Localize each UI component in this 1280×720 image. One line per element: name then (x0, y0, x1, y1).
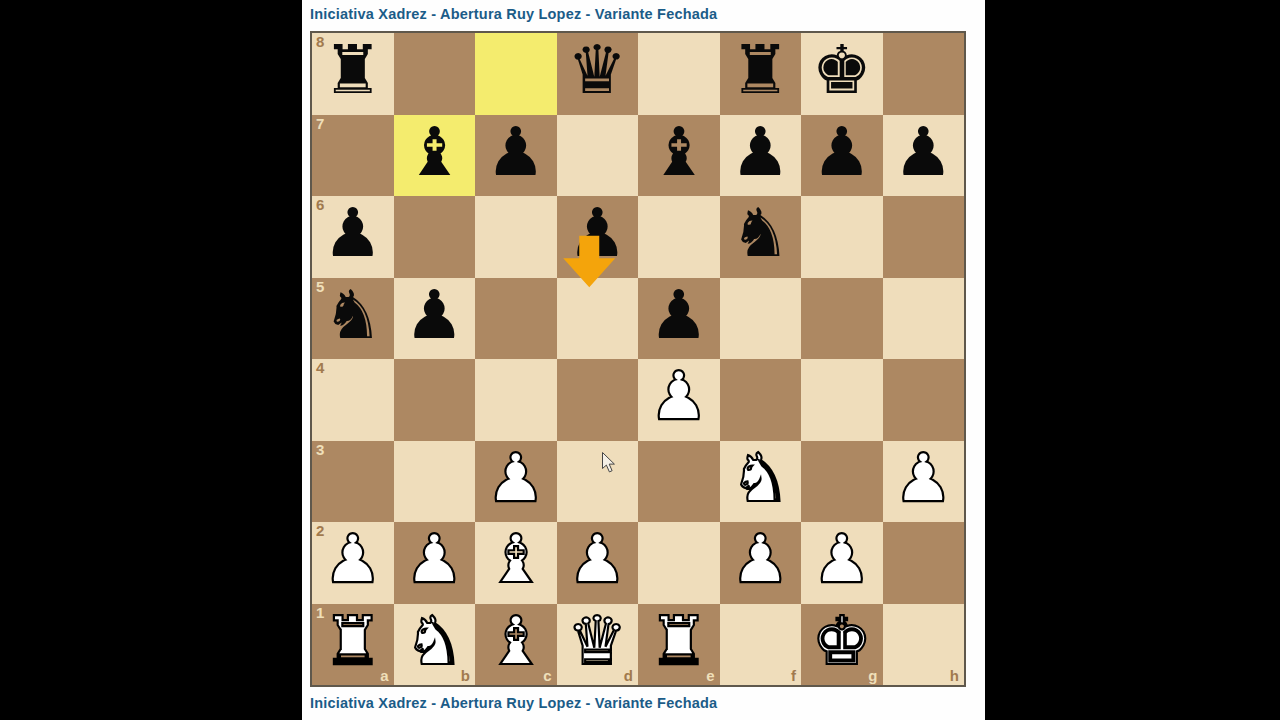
piece-white-pawn[interactable]: ♟ (812, 526, 872, 593)
piece-black-pawn[interactable]: ♟ (404, 282, 464, 349)
square-a5[interactable]: 5♞ (312, 278, 394, 360)
square-g7[interactable]: ♟ (801, 115, 883, 197)
square-h1[interactable]: h (883, 604, 965, 686)
square-d7[interactable] (557, 115, 639, 197)
square-b8[interactable] (394, 33, 476, 115)
piece-white-pawn[interactable]: ♟ (649, 363, 709, 430)
square-b4[interactable] (394, 359, 476, 441)
square-g2[interactable]: ♟ (801, 522, 883, 604)
piece-white-knight[interactable]: ♞ (730, 445, 790, 512)
square-c1[interactable]: c♝ (475, 604, 557, 686)
file-label-f: f (791, 668, 796, 685)
square-d4[interactable] (557, 359, 639, 441)
piece-white-queen[interactable]: ♛ (567, 608, 627, 675)
square-e6[interactable] (638, 196, 720, 278)
piece-black-pawn[interactable]: ♟ (893, 119, 953, 186)
square-h8[interactable] (883, 33, 965, 115)
piece-black-pawn[interactable]: ♟ (486, 119, 546, 186)
square-h5[interactable] (883, 278, 965, 360)
square-e3[interactable] (638, 441, 720, 523)
square-a2[interactable]: 2♟ (312, 522, 394, 604)
square-f8[interactable]: ♜ (720, 33, 802, 115)
square-g4[interactable] (801, 359, 883, 441)
piece-white-rook[interactable]: ♜ (323, 608, 383, 675)
square-f4[interactable] (720, 359, 802, 441)
piece-white-king[interactable]: ♚ (812, 608, 872, 675)
square-a4[interactable]: 4 (312, 359, 394, 441)
square-b6[interactable] (394, 196, 476, 278)
square-e8[interactable] (638, 33, 720, 115)
piece-white-bishop[interactable]: ♝ (486, 526, 546, 593)
square-c4[interactable] (475, 359, 557, 441)
square-c5[interactable] (475, 278, 557, 360)
piece-black-bishop[interactable]: ♝ (404, 119, 464, 186)
square-e2[interactable] (638, 522, 720, 604)
piece-black-pawn[interactable]: ♟ (567, 200, 627, 267)
square-c2[interactable]: ♝ (475, 522, 557, 604)
square-a1[interactable]: 1a♜ (312, 604, 394, 686)
square-h2[interactable] (883, 522, 965, 604)
piece-black-pawn[interactable]: ♟ (649, 282, 709, 349)
piece-white-pawn[interactable]: ♟ (730, 526, 790, 593)
file-label-h: h (950, 668, 959, 685)
square-d1[interactable]: d♛ (557, 604, 639, 686)
square-b7[interactable]: ♝ (394, 115, 476, 197)
page-title-bottom: Iniciativa Xadrez - Abertura Ruy Lopez -… (310, 695, 717, 711)
piece-white-pawn[interactable]: ♟ (893, 445, 953, 512)
piece-white-pawn[interactable]: ♟ (404, 526, 464, 593)
piece-white-pawn[interactable]: ♟ (567, 526, 627, 593)
square-f2[interactable]: ♟ (720, 522, 802, 604)
square-a8[interactable]: 8♜ (312, 33, 394, 115)
piece-white-pawn[interactable]: ♟ (323, 526, 383, 593)
square-f3[interactable]: ♞ (720, 441, 802, 523)
square-d5[interactable] (557, 278, 639, 360)
square-e1[interactable]: e♜ (638, 604, 720, 686)
square-g6[interactable] (801, 196, 883, 278)
square-e4[interactable]: ♟ (638, 359, 720, 441)
square-d2[interactable]: ♟ (557, 522, 639, 604)
piece-black-king[interactable]: ♚ (812, 37, 872, 104)
piece-black-knight[interactable]: ♞ (323, 282, 383, 349)
piece-black-bishop[interactable]: ♝ (649, 119, 709, 186)
chess-board: 8♜♛♜♚7♝♟♝♟♟♟6♟♟♞5♞♟♟4♟3♟♞♟2♟♟♝♟♟♟1a♜b♞c♝… (310, 31, 966, 687)
square-f6[interactable]: ♞ (720, 196, 802, 278)
square-h7[interactable]: ♟ (883, 115, 965, 197)
piece-black-rook[interactable]: ♜ (730, 37, 790, 104)
video-page-area: Iniciativa Xadrez - Abertura Ruy Lopez -… (302, 0, 985, 720)
square-e5[interactable]: ♟ (638, 278, 720, 360)
page-title-top: Iniciativa Xadrez - Abertura Ruy Lopez -… (310, 6, 717, 22)
square-e7[interactable]: ♝ (638, 115, 720, 197)
square-g8[interactable]: ♚ (801, 33, 883, 115)
square-a6[interactable]: 6♟ (312, 196, 394, 278)
square-b2[interactable]: ♟ (394, 522, 476, 604)
piece-white-pawn[interactable]: ♟ (486, 445, 546, 512)
square-h3[interactable]: ♟ (883, 441, 965, 523)
square-c8[interactable] (475, 33, 557, 115)
piece-black-pawn[interactable]: ♟ (730, 119, 790, 186)
square-g5[interactable] (801, 278, 883, 360)
square-a7[interactable]: 7 (312, 115, 394, 197)
piece-white-rook[interactable]: ♜ (649, 608, 709, 675)
square-d8[interactable]: ♛ (557, 33, 639, 115)
square-c6[interactable] (475, 196, 557, 278)
piece-white-knight[interactable]: ♞ (404, 608, 464, 675)
piece-white-bishop[interactable]: ♝ (486, 608, 546, 675)
square-d3[interactable] (557, 441, 639, 523)
piece-black-pawn[interactable]: ♟ (323, 200, 383, 267)
square-d6[interactable]: ♟ (557, 196, 639, 278)
square-g3[interactable] (801, 441, 883, 523)
rank-label-7: 7 (316, 116, 324, 133)
piece-black-knight[interactable]: ♞ (730, 200, 790, 267)
piece-black-pawn[interactable]: ♟ (812, 119, 872, 186)
rank-label-3: 3 (316, 442, 324, 459)
square-b1[interactable]: b♞ (394, 604, 476, 686)
square-g1[interactable]: g♚ (801, 604, 883, 686)
piece-black-rook[interactable]: ♜ (323, 37, 383, 104)
square-f7[interactable]: ♟ (720, 115, 802, 197)
square-f5[interactable] (720, 278, 802, 360)
square-c3[interactable]: ♟ (475, 441, 557, 523)
square-h4[interactable] (883, 359, 965, 441)
square-a3[interactable]: 3 (312, 441, 394, 523)
piece-black-queen[interactable]: ♛ (567, 37, 627, 104)
square-c7[interactable]: ♟ (475, 115, 557, 197)
square-b3[interactable] (394, 441, 476, 523)
rank-label-4: 4 (316, 360, 324, 377)
square-b5[interactable]: ♟ (394, 278, 476, 360)
square-f1[interactable]: f (720, 604, 802, 686)
square-h6[interactable] (883, 196, 965, 278)
